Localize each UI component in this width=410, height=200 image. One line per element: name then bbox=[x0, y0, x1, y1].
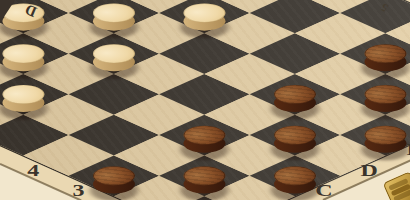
checkers-board-photo: 12345678ABCDEFGH D 5 bbox=[0, 0, 410, 200]
board-frame: 12345678ABCDEFGH bbox=[0, 0, 410, 200]
board-grid bbox=[0, 0, 410, 200]
brass-hinge bbox=[383, 171, 410, 200]
